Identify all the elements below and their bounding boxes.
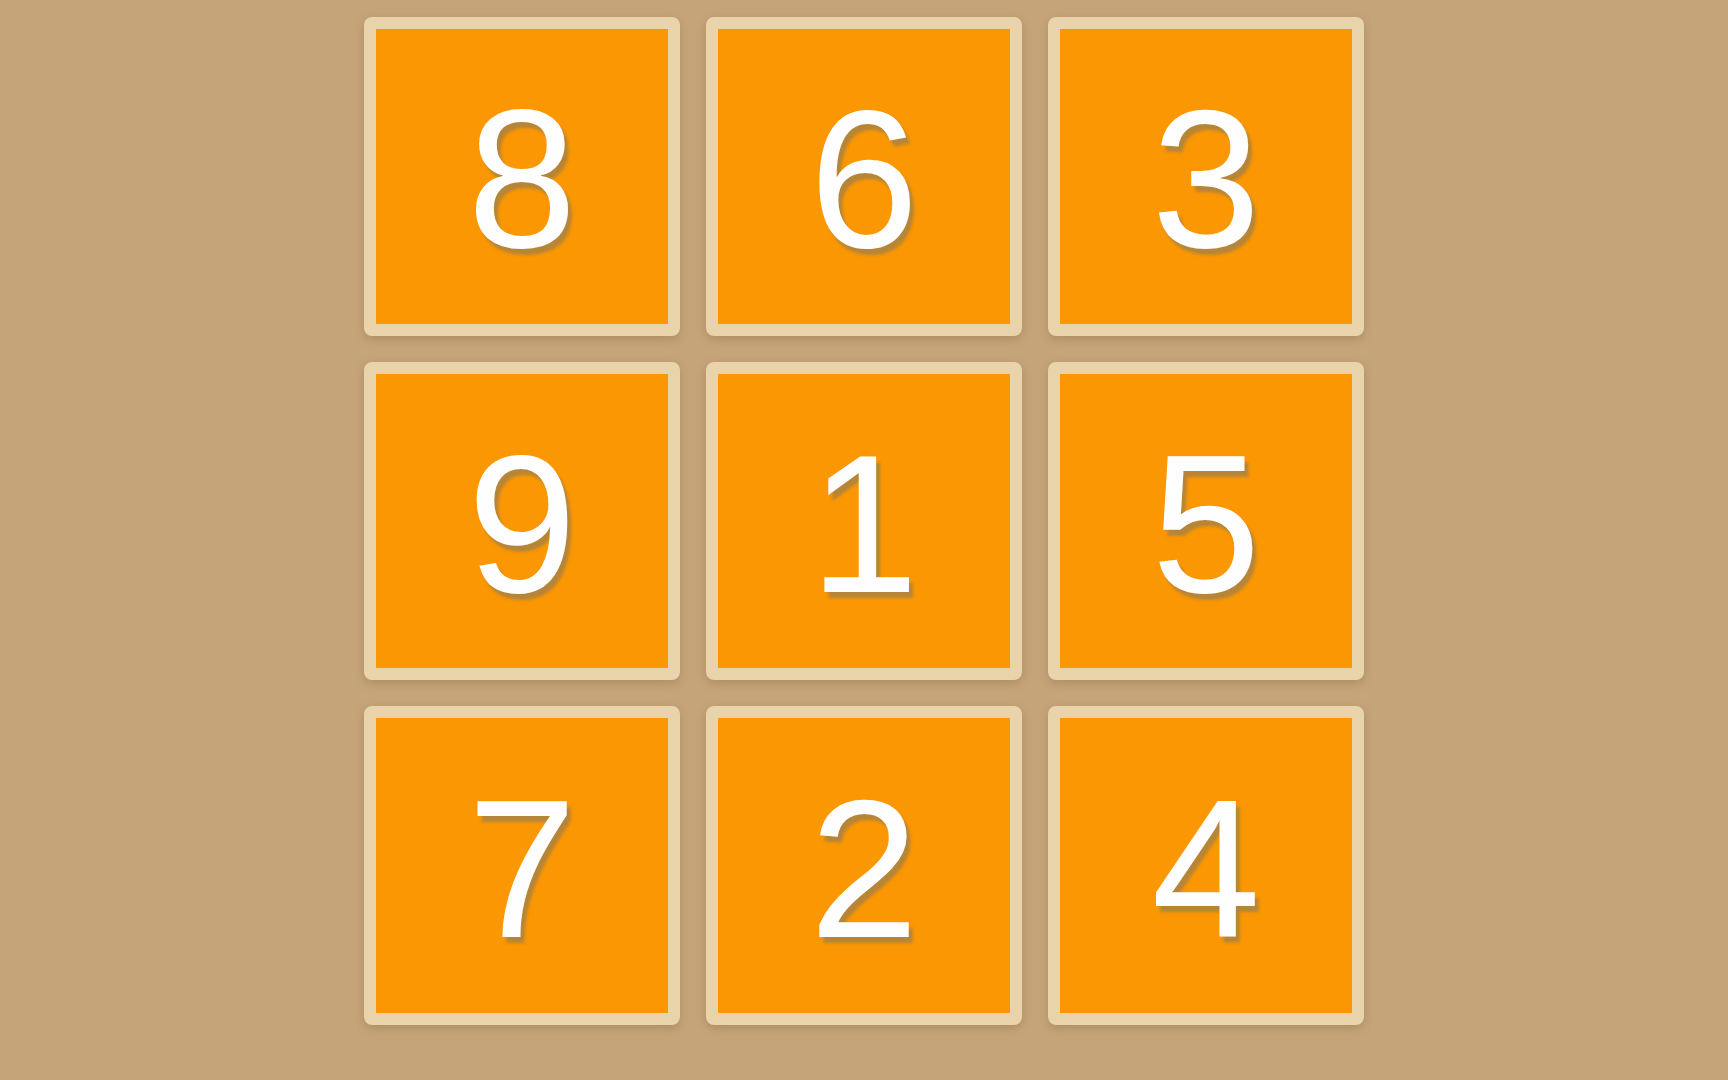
tile-digit: 5 (1151, 427, 1260, 623)
tile-digit: 6 (809, 82, 918, 278)
tile-r3c1[interactable]: 7 (364, 706, 680, 1025)
tile-digit: 8 (467, 82, 576, 278)
tile-digit: 4 (1151, 772, 1260, 968)
tile-r1c3[interactable]: 3 (1048, 17, 1364, 336)
tile-r3c2[interactable]: 2 (706, 706, 1022, 1025)
tile-digit: 7 (467, 772, 576, 968)
tile-r1c2[interactable]: 6 (706, 17, 1022, 336)
tile-r3c3[interactable]: 4 (1048, 706, 1364, 1025)
tile-r1c1[interactable]: 8 (364, 17, 680, 336)
tile-digit: 2 (809, 772, 918, 968)
tile-r2c1[interactable]: 9 (364, 362, 680, 681)
tile-r2c3[interactable]: 5 (1048, 362, 1364, 681)
tile-digit: 1 (809, 427, 918, 623)
puzzle-board: 8 6 3 9 1 5 7 2 4 (364, 17, 1364, 1025)
tile-digit: 3 (1151, 82, 1260, 278)
tile-digit: 9 (467, 427, 576, 623)
tile-r2c2[interactable]: 1 (706, 362, 1022, 681)
